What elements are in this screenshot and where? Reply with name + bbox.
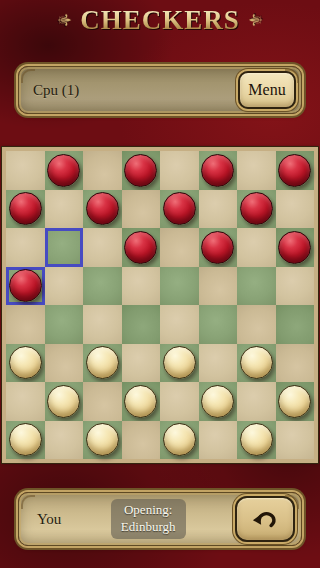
white-checker-piece[interactable]	[9, 423, 42, 456]
square-3-0[interactable]	[6, 267, 45, 306]
red-checker-piece[interactable]	[47, 154, 80, 187]
square-7-1	[45, 421, 84, 460]
player-label: You	[37, 511, 61, 528]
white-checker-piece[interactable]	[240, 346, 273, 379]
square-4-2	[83, 305, 122, 344]
undo-arrow-icon	[249, 505, 281, 533]
square-4-4	[160, 305, 199, 344]
opening-info: Opening: Edinburgh	[111, 499, 186, 539]
square-2-4	[160, 228, 199, 267]
red-checker-piece[interactable]	[124, 231, 157, 264]
checkers-board	[2, 147, 318, 463]
square-5-5	[199, 344, 238, 383]
menu-button-label: Menu	[248, 81, 285, 99]
red-checker-piece[interactable]	[240, 192, 273, 225]
square-1-2[interactable]	[83, 190, 122, 229]
square-5-4[interactable]	[160, 344, 199, 383]
board-grid	[6, 151, 314, 459]
square-6-6	[237, 382, 276, 421]
square-1-1	[45, 190, 84, 229]
square-0-5[interactable]	[199, 151, 238, 190]
white-checker-piece[interactable]	[86, 346, 119, 379]
white-checker-piece[interactable]	[163, 423, 196, 456]
opening-name: Edinburgh	[121, 519, 176, 536]
white-checker-piece[interactable]	[240, 423, 273, 456]
red-checker-piece[interactable]	[124, 154, 157, 187]
square-4-6	[237, 305, 276, 344]
square-3-4[interactable]	[160, 267, 199, 306]
white-checker-piece[interactable]	[47, 385, 80, 418]
white-checker-piece[interactable]	[86, 423, 119, 456]
square-1-5	[199, 190, 238, 229]
square-2-3[interactable]	[122, 228, 161, 267]
white-checker-piece[interactable]	[9, 346, 42, 379]
square-5-3	[122, 344, 161, 383]
square-2-6	[237, 228, 276, 267]
white-checker-piece[interactable]	[163, 346, 196, 379]
square-3-1	[45, 267, 84, 306]
fleur-ornament-right-icon: ⚜	[247, 12, 265, 28]
red-checker-piece[interactable]	[201, 231, 234, 264]
square-2-7[interactable]	[276, 228, 315, 267]
red-checker-piece[interactable]	[278, 231, 311, 264]
square-7-2[interactable]	[83, 421, 122, 460]
square-7-7	[276, 421, 315, 460]
menu-button[interactable]: Menu	[238, 71, 296, 109]
square-7-0[interactable]	[6, 421, 45, 460]
white-checker-piece[interactable]	[124, 385, 157, 418]
opponent-bar: Cpu (1) Menu	[18, 66, 302, 114]
square-3-2[interactable]	[83, 267, 122, 306]
square-3-7	[276, 267, 315, 306]
square-7-6[interactable]	[237, 421, 276, 460]
square-2-0	[6, 228, 45, 267]
undo-button[interactable]	[235, 496, 295, 542]
square-1-7	[276, 190, 315, 229]
square-2-5[interactable]	[199, 228, 238, 267]
square-7-3	[122, 421, 161, 460]
red-checker-piece[interactable]	[163, 192, 196, 225]
square-0-0	[6, 151, 45, 190]
square-3-3	[122, 267, 161, 306]
opponent-label: Cpu (1)	[33, 82, 79, 99]
square-0-2	[83, 151, 122, 190]
square-0-6	[237, 151, 276, 190]
page-title: CHECKERS	[80, 5, 240, 36]
square-6-3[interactable]	[122, 382, 161, 421]
square-5-1	[45, 344, 84, 383]
red-checker-piece[interactable]	[9, 269, 42, 302]
square-0-7[interactable]	[276, 151, 315, 190]
square-1-0[interactable]	[6, 190, 45, 229]
square-4-3[interactable]	[122, 305, 161, 344]
square-1-6[interactable]	[237, 190, 276, 229]
square-6-0	[6, 382, 45, 421]
player-bar: You Opening: Edinburgh	[18, 492, 302, 546]
square-5-2[interactable]	[83, 344, 122, 383]
square-6-2	[83, 382, 122, 421]
red-checker-piece[interactable]	[201, 154, 234, 187]
square-7-4[interactable]	[160, 421, 199, 460]
square-6-4	[160, 382, 199, 421]
square-1-3	[122, 190, 161, 229]
square-0-1[interactable]	[45, 151, 84, 190]
square-5-0[interactable]	[6, 344, 45, 383]
fleur-ornament-left-icon: ⚜	[55, 12, 73, 28]
square-6-1[interactable]	[45, 382, 84, 421]
square-5-7	[276, 344, 315, 383]
square-2-2	[83, 228, 122, 267]
app-header: ⚜ CHECKERS ⚜	[0, 2, 320, 38]
square-4-5[interactable]	[199, 305, 238, 344]
opening-title: Opening:	[121, 502, 176, 519]
square-6-5[interactable]	[199, 382, 238, 421]
red-checker-piece[interactable]	[86, 192, 119, 225]
square-3-5	[199, 267, 238, 306]
square-2-1[interactable]	[45, 228, 84, 267]
square-5-6[interactable]	[237, 344, 276, 383]
square-6-7[interactable]	[276, 382, 315, 421]
square-3-6[interactable]	[237, 267, 276, 306]
square-7-5	[199, 421, 238, 460]
square-4-0	[6, 305, 45, 344]
square-0-4	[160, 151, 199, 190]
square-4-7[interactable]	[276, 305, 315, 344]
white-checker-piece[interactable]	[201, 385, 234, 418]
red-checker-piece[interactable]	[278, 154, 311, 187]
square-4-1[interactable]	[45, 305, 84, 344]
red-checker-piece[interactable]	[9, 192, 42, 225]
white-checker-piece[interactable]	[278, 385, 311, 418]
square-1-4[interactable]	[160, 190, 199, 229]
square-0-3[interactable]	[122, 151, 161, 190]
